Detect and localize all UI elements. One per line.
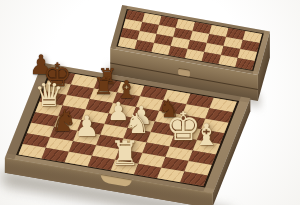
chess-set-product-photo: ♜♟♚♜♝♞♛♟♟♞♚♝♞♟♜ — [0, 0, 300, 205]
square-dark — [235, 58, 254, 70]
